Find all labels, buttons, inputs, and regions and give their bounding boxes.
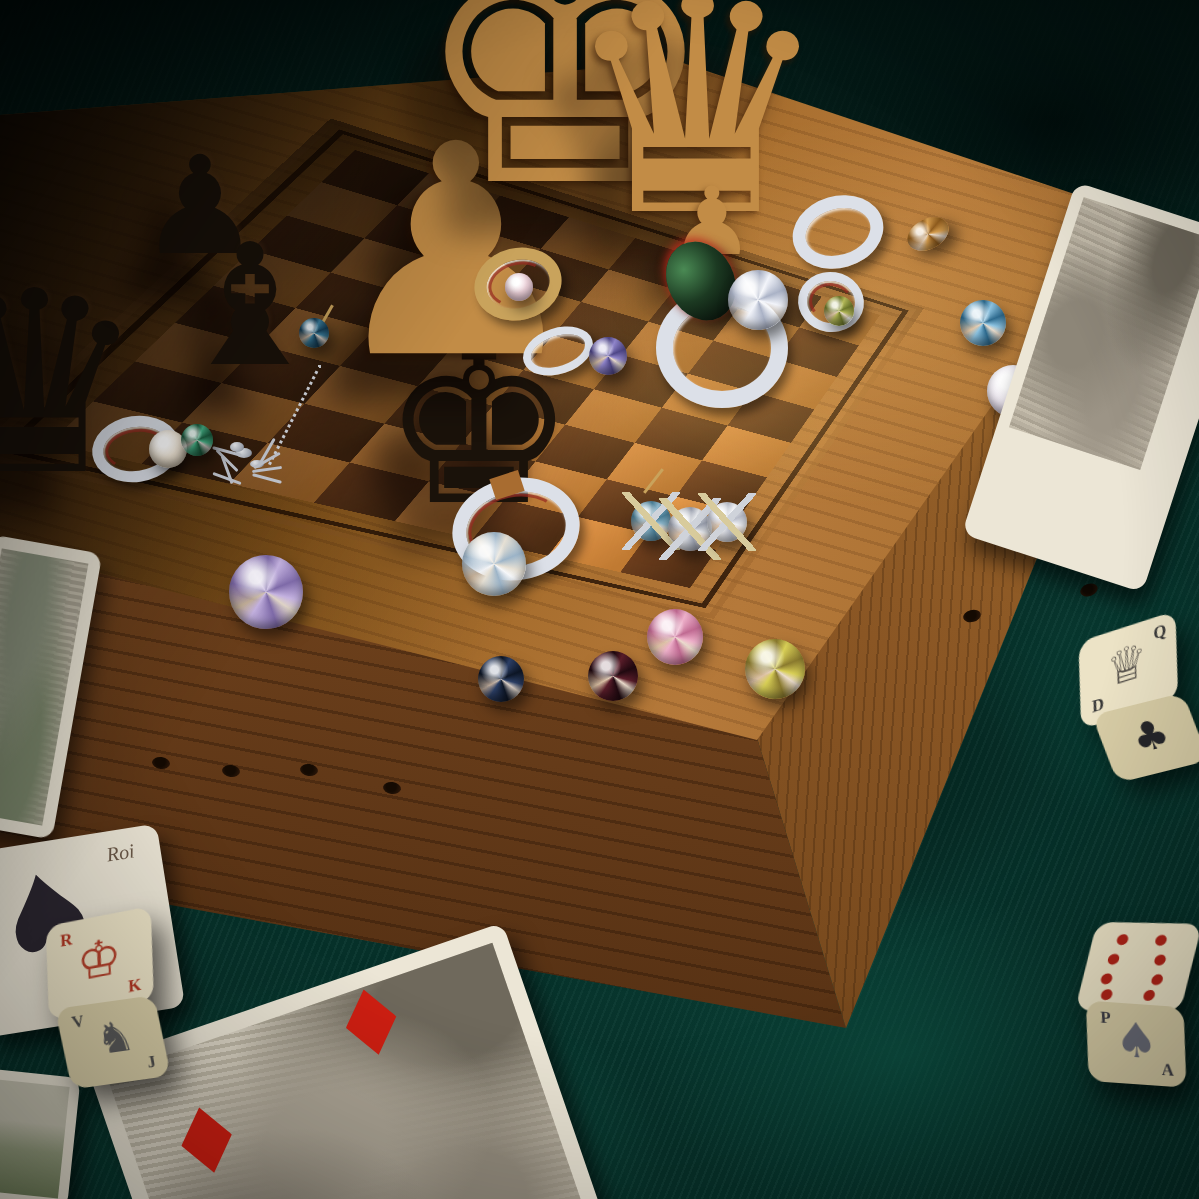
club-icon: ♣ [1126,713,1175,759]
die-pip [1150,974,1164,985]
die-letter-K: K [128,975,142,998]
die-letter-Q: Q [1153,620,1166,645]
die-pip [1142,990,1156,1001]
poker-die-king: R K ♔ V J ♞ [41,909,169,1090]
die-pip [1107,954,1121,965]
pink-round-gem [647,609,703,665]
opal-on-gold-ring [505,273,533,301]
jack-figure-icon: ♞ [92,1015,138,1061]
pale-mystic-topaz-gem [462,532,526,596]
yellow-green-sparkling-gem [745,639,805,699]
chess-piece-black-bishop: ♝ [166,222,334,390]
dark-garnet-gem [588,651,638,701]
violet-sparkling-gem [229,555,303,629]
die-pip [1100,973,1114,984]
die-pip [1153,955,1167,966]
spider-leg [252,473,282,484]
die-letter-J: J [145,1052,158,1073]
large-clear-crystal-on-ring [728,270,788,330]
peridot-on-hoop [824,296,854,326]
die-letter-V: V [70,1011,86,1032]
spider-brooch [200,428,300,512]
die-letter-A: A [1161,1060,1174,1081]
london-blue-topaz-stud [299,318,329,348]
die-face-jack: V J ♞ [55,995,171,1089]
die-letter-P: P [1100,1008,1111,1029]
die-pip [1100,989,1114,1000]
photo-canvas: ♛♟♝♚♟♚♛♟ ♠ Roi ♚ ♦ ♦ D Q ♕ ♣ [0,0,1199,1199]
queen-figure-icon: ♕ [1106,635,1147,695]
card-landscape-art [0,1077,70,1198]
card-roi-label: Roi [105,839,136,866]
aquamarine-round-gem [960,300,1006,346]
dark-blue-gem [478,656,524,702]
clear-crystal-stud-earring [707,502,747,542]
spade-icon: ♠ [1114,1015,1159,1066]
poker-die-ace: P A ♠ [1078,919,1193,1088]
die-face-ten-pips [1075,922,1199,1012]
die-pip [1116,934,1130,945]
king-figure-icon: ♔ [76,930,122,989]
green-tourmaline-cluster [181,424,213,456]
die-pip [1154,935,1168,946]
die-letter-R: R [60,929,73,951]
die-face-ace-of-spades: P A ♠ [1086,1000,1187,1087]
tanzanite-gem-on-hoop [589,337,627,375]
